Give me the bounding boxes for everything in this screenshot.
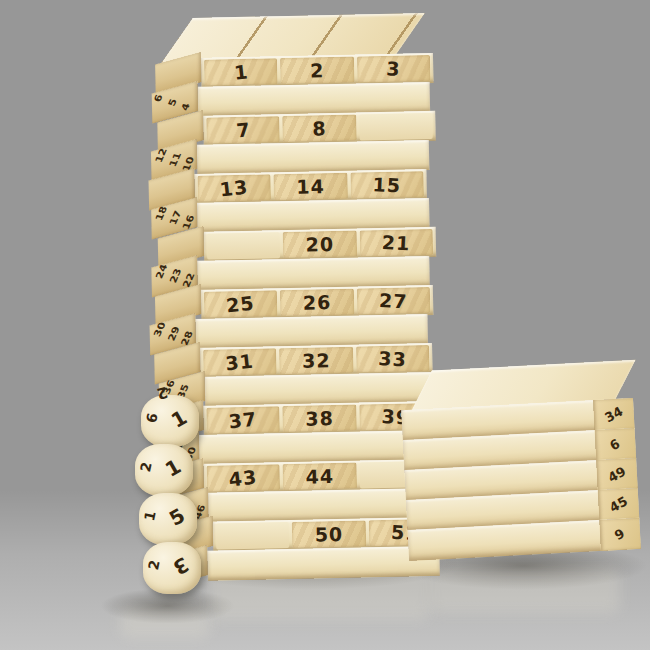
block-cell: 32	[279, 347, 353, 375]
pile-plank-end: 34	[593, 398, 635, 431]
block-end-number-front: 15	[372, 173, 401, 196]
die-face-number: 1	[141, 510, 159, 523]
block-end-number-front: 7	[235, 118, 252, 141]
block-end-number-side: 29	[166, 325, 182, 342]
empty-slot	[216, 522, 290, 550]
die-face-number: 2	[145, 559, 163, 572]
pile-end-number: 34	[602, 404, 625, 426]
removed-blocks-pile: 34649459	[399, 360, 641, 560]
dice-reflection	[120, 608, 210, 638]
block-end-number-front: 3	[386, 57, 401, 80]
block-cell: 31	[203, 348, 277, 376]
scene: 1236547812111013141518171620212423222526…	[0, 0, 650, 650]
block-cell: 44	[283, 463, 357, 491]
block-end-number-side: 23	[167, 267, 183, 284]
block-end-number-front: 20	[305, 233, 334, 256]
block-end-number-side: 11	[167, 151, 183, 168]
block-end-number-front: 14	[296, 175, 325, 198]
block-end-number-front: 1	[233, 60, 250, 83]
block-cell: 7	[206, 116, 280, 144]
empty-slot	[207, 232, 281, 260]
block-end-number-side: 4	[179, 102, 192, 112]
pile-end-number: 6	[608, 436, 623, 454]
pile-plank-end: 9	[599, 518, 641, 551]
block-end-number-side: 5	[166, 98, 179, 108]
block-end-number-side: 12	[153, 147, 169, 164]
block-end-number-front: 2	[310, 59, 325, 81]
block-cell: 14	[274, 173, 348, 201]
pile-reflection	[430, 568, 620, 613]
block-cell: 27	[356, 287, 430, 315]
block-end-number-front: 8	[312, 117, 327, 139]
pile-plank-end: 45	[598, 488, 640, 521]
block-end-number-front: 21	[381, 231, 410, 254]
block-end-number-side: 30	[152, 321, 168, 338]
block-end-number-front: 50	[315, 523, 344, 546]
die: 23	[143, 542, 201, 594]
empty-slot	[359, 113, 433, 141]
die-face-number: 3	[169, 552, 193, 580]
block-cell: 1	[204, 58, 278, 86]
die: 261	[141, 395, 199, 447]
block-end-number-front: 38	[305, 407, 334, 430]
block-cell: 3	[357, 55, 431, 83]
block-end-number-side: 18	[153, 205, 169, 222]
block-end-number-front: 26	[303, 291, 332, 314]
block-cell: 13	[197, 174, 271, 202]
pile-planks: 34649459	[401, 398, 641, 561]
block-end-number-front: 13	[219, 176, 250, 201]
block-cell: 38	[283, 405, 357, 433]
block-cell: 33	[356, 345, 430, 373]
block-end-number-side: 24	[153, 263, 169, 280]
block-cell: 2	[280, 57, 354, 85]
die-face-number: 5	[165, 503, 189, 531]
block-end-number-front: 43	[228, 465, 259, 490]
block-end-number-side: 6	[152, 93, 165, 103]
block-cell: 50	[292, 520, 366, 548]
block-cell: 21	[359, 229, 433, 257]
block-end-number-front: 32	[302, 349, 331, 372]
die-face-number: 1	[161, 454, 185, 482]
block-cell: 8	[283, 115, 357, 143]
block-end-number-front: 37	[228, 407, 259, 432]
block-cell: 20	[283, 231, 357, 259]
block-end-number-front: 33	[378, 347, 407, 370]
block-end-number-front: 31	[225, 350, 256, 375]
die: 21	[135, 444, 193, 496]
block-end-number-front: 44	[305, 465, 334, 488]
die: 15	[139, 493, 197, 545]
die-face-number: 6	[143, 412, 161, 425]
die-face-number: 2	[137, 461, 155, 474]
pile-end-number: 9	[612, 526, 627, 544]
dice-stack: 261211523	[106, 398, 226, 594]
layer-front-face	[207, 546, 440, 581]
pile-end-number: 45	[607, 493, 630, 515]
pile-plank-end: 6	[595, 428, 637, 461]
die-face-number: 1	[167, 405, 191, 433]
block-end-number-front: 25	[225, 291, 256, 316]
block-cell: 25	[204, 290, 278, 318]
block-cell: 15	[350, 171, 424, 199]
block-cell: 26	[280, 289, 354, 317]
block-end-number-side: 17	[167, 209, 183, 226]
pile-end-number: 49	[605, 464, 628, 486]
pile-plank-end: 49	[596, 458, 638, 491]
block-end-number-front: 27	[379, 289, 408, 312]
